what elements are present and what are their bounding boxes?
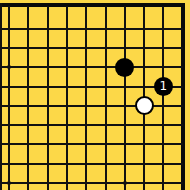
grid-line-horizontal xyxy=(0,163,183,165)
star-point-Q10 xyxy=(123,181,127,185)
grid-line-horizontal xyxy=(0,182,183,184)
go-diagram: 1 xyxy=(0,0,190,190)
grid-line-horizontal xyxy=(0,66,183,68)
move-number-label: 1 xyxy=(160,80,168,92)
grid-line-horizontal xyxy=(0,47,183,49)
grid-line-horizontal xyxy=(0,105,183,107)
stone-black-Q16[interactable] xyxy=(115,58,134,77)
grid-line-horizontal xyxy=(0,28,183,30)
star-point-K10 xyxy=(7,181,11,185)
grid-line-horizontal xyxy=(0,124,183,126)
go-board[interactable]: 1 xyxy=(0,0,190,190)
grid-line-horizontal xyxy=(0,143,183,145)
stone-white-R14[interactable] xyxy=(135,96,154,115)
star-point-K16 xyxy=(7,65,11,69)
stone-black-S15[interactable]: 1 xyxy=(154,77,173,96)
